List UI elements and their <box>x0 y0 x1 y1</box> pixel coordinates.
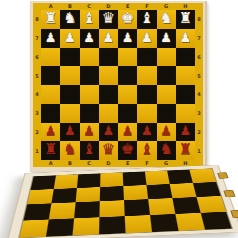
square-b4 <box>60 85 79 104</box>
square-g2: ♟ <box>157 123 176 142</box>
red-pawn-piece: ♟ <box>180 124 192 137</box>
file-label: D <box>99 160 118 167</box>
square-a7: ♟ <box>41 29 60 48</box>
folded-board-square <box>100 186 124 201</box>
square-a5 <box>41 66 60 85</box>
rank-label: 4 <box>33 85 41 104</box>
square-c3 <box>80 104 99 123</box>
rank-label: 8 <box>195 10 203 29</box>
square-d7: ♟ <box>99 29 118 48</box>
red-rook-piece: ♜ <box>179 142 192 157</box>
folded-board-square <box>100 173 123 187</box>
white-pawn-piece: ♟ <box>160 31 172 44</box>
folded-board-square <box>150 214 179 232</box>
square-d6 <box>99 48 118 67</box>
square-b6 <box>60 48 79 67</box>
folded-board-square <box>24 203 52 220</box>
folded-board-square <box>148 198 175 215</box>
folded-board-square <box>123 172 147 186</box>
square-h8: ♜ <box>176 10 195 29</box>
square-f4 <box>137 85 156 104</box>
white-king-piece: ♚ <box>121 11 134 26</box>
square-d4 <box>99 85 118 104</box>
red-rook-piece: ♜ <box>44 142 57 157</box>
white-pawn-piece: ♟ <box>103 31 115 44</box>
red-pawn-piece: ♟ <box>122 124 134 137</box>
square-a6 <box>41 48 60 67</box>
square-a8: ♜ <box>41 10 60 29</box>
folded-board-area <box>3 162 238 238</box>
folded-board-square <box>46 218 74 236</box>
red-pawn-piece: ♟ <box>64 124 76 137</box>
square-g5 <box>157 66 176 85</box>
square-e1: ♚ <box>118 141 137 160</box>
hinge-icon <box>217 172 228 178</box>
square-h7: ♟ <box>176 29 195 48</box>
square-f2: ♟ <box>137 123 156 142</box>
square-f3 <box>137 104 156 123</box>
square-b1: ♞ <box>60 141 79 160</box>
square-e8: ♚ <box>118 10 137 29</box>
square-e7: ♟ <box>118 29 137 48</box>
folded-board-square <box>125 215 152 233</box>
folded-board-square <box>123 185 148 200</box>
red-bishop-piece: ♝ <box>140 142 153 157</box>
square-c7: ♟ <box>80 29 99 48</box>
rank-label: 2 <box>33 123 41 142</box>
square-f1: ♝ <box>137 141 156 160</box>
square-f5 <box>137 66 156 85</box>
square-g7: ♟ <box>157 29 176 48</box>
square-b8: ♞ <box>60 10 79 29</box>
rank-label: 3 <box>195 104 203 123</box>
rank-label: 3 <box>33 104 41 123</box>
rank-label: 7 <box>195 29 203 48</box>
white-pawn-piece: ♟ <box>122 31 134 44</box>
chess-set-product-photo: ABCDEFGH ABCDEFGH 87654321 87654321 ♜♞♝♛… <box>0 0 238 238</box>
folded-board-square <box>51 188 77 204</box>
square-d2: ♟ <box>99 123 118 142</box>
white-bishop-piece: ♝ <box>140 11 153 26</box>
folded-board-square <box>54 175 78 189</box>
folded-board-square <box>74 201 100 218</box>
red-knight-piece: ♞ <box>159 142 172 157</box>
rank-label: 8 <box>33 10 41 29</box>
square-d8: ♛ <box>99 10 118 29</box>
square-b7: ♟ <box>60 29 79 48</box>
white-rook-piece: ♜ <box>179 11 192 26</box>
rank-labels-right: 87654321 <box>195 10 203 160</box>
rank-label: 1 <box>195 141 203 160</box>
square-c2: ♟ <box>80 123 99 142</box>
square-c8: ♝ <box>80 10 99 29</box>
white-rook-piece: ♜ <box>44 11 57 26</box>
square-e3 <box>118 104 137 123</box>
white-bishop-piece: ♝ <box>82 11 95 26</box>
square-h6 <box>176 48 195 67</box>
red-pawn-piece: ♟ <box>141 124 153 137</box>
rank-label: 6 <box>195 48 203 67</box>
white-pawn-piece: ♟ <box>64 31 76 44</box>
square-a4 <box>41 85 60 104</box>
folded-board-half <box>6 165 238 238</box>
coordinate-border: ABCDEFGH ABCDEFGH 87654321 87654321 ♜♞♝♛… <box>33 3 203 167</box>
rank-label: 7 <box>33 29 41 48</box>
rank-label: 5 <box>195 66 203 85</box>
square-d1: ♛ <box>99 141 118 160</box>
square-d5 <box>99 66 118 85</box>
folded-board-checker-grid <box>18 168 233 238</box>
rank-labels-left: 87654321 <box>33 10 41 160</box>
square-a3 <box>41 104 60 123</box>
rank-label: 2 <box>195 123 203 142</box>
file-label: B <box>60 160 79 167</box>
square-g1: ♞ <box>157 141 176 160</box>
folded-board-square <box>201 211 232 229</box>
red-pawn-piece: ♟ <box>160 124 172 137</box>
square-h4 <box>176 85 195 104</box>
square-f7: ♟ <box>137 29 156 48</box>
squares-grid: ♜♞♝♛♚♝♞♜♟♟♟♟♟♟♟♟♟♟♟♟♟♟♟♟♜♞♝♛♚♝♞♜ <box>41 10 195 160</box>
white-queen-piece: ♛ <box>102 11 115 26</box>
square-c6 <box>80 48 99 67</box>
white-pawn-piece: ♟ <box>83 31 95 44</box>
square-g4 <box>157 85 176 104</box>
rank-label: 6 <box>33 48 41 67</box>
folded-board-square <box>197 196 226 213</box>
rank-label: 4 <box>195 85 203 104</box>
red-pawn-piece: ♟ <box>83 124 95 137</box>
folded-board-square <box>27 189 54 205</box>
file-label: A <box>41 160 60 167</box>
square-e4 <box>118 85 137 104</box>
square-c1: ♝ <box>80 141 99 160</box>
white-knight-piece: ♞ <box>159 11 172 26</box>
square-d3 <box>99 104 118 123</box>
square-e2: ♟ <box>118 123 137 142</box>
hinge-icon <box>223 190 235 197</box>
white-knight-piece: ♞ <box>63 11 76 26</box>
red-queen-piece: ♛ <box>102 142 115 157</box>
square-g6 <box>157 48 176 67</box>
folded-board-square <box>146 184 172 199</box>
square-b3 <box>60 104 79 123</box>
white-pawn-piece: ♟ <box>180 31 192 44</box>
white-pawn-piece: ♟ <box>45 31 57 44</box>
rank-label: 1 <box>33 141 41 160</box>
rank-label: 5 <box>33 66 41 85</box>
square-h2: ♟ <box>176 123 195 142</box>
folded-board-square <box>19 219 48 238</box>
white-pawn-piece: ♟ <box>141 31 153 44</box>
square-a2: ♟ <box>41 123 60 142</box>
folded-board-square <box>193 182 221 197</box>
square-g3 <box>157 104 176 123</box>
square-h3 <box>176 104 195 123</box>
square-h5 <box>176 66 195 85</box>
square-b5 <box>60 66 79 85</box>
red-knight-piece: ♞ <box>63 142 76 157</box>
square-h1: ♜ <box>176 141 195 160</box>
upright-chessboard: ABCDEFGH ABCDEFGH 87654321 87654321 ♜♞♝♛… <box>30 1 207 172</box>
folded-board-square <box>77 174 100 188</box>
square-e6 <box>118 48 137 67</box>
square-c5 <box>80 66 99 85</box>
file-label: C <box>80 160 99 167</box>
folded-board-square <box>99 216 126 234</box>
folded-board-square <box>99 200 124 217</box>
square-c4 <box>80 85 99 104</box>
folded-board-square <box>124 199 150 216</box>
square-a1: ♜ <box>41 141 60 160</box>
folded-board-square <box>76 187 101 202</box>
square-e5 <box>118 66 137 85</box>
square-b2: ♟ <box>60 123 79 142</box>
folded-board-square <box>49 202 76 219</box>
folded-board-square <box>189 169 216 183</box>
red-bishop-piece: ♝ <box>82 142 95 157</box>
red-king-piece: ♚ <box>121 142 134 157</box>
square-f8: ♝ <box>137 10 156 29</box>
red-pawn-piece: ♟ <box>45 124 57 137</box>
hinge-icon <box>230 210 238 218</box>
square-f6 <box>137 48 156 67</box>
folded-board-square <box>145 171 170 185</box>
square-g8: ♞ <box>157 10 176 29</box>
folded-board-square <box>73 217 100 235</box>
red-pawn-piece: ♟ <box>103 124 115 137</box>
folded-board-square <box>31 176 56 190</box>
